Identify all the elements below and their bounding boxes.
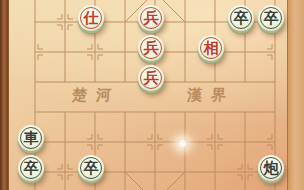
piece-char: 炮 [258, 155, 284, 181]
piece-char: 兵 [138, 5, 164, 31]
piece-char: 仕 [78, 5, 104, 31]
board-frame-left [0, 0, 9, 190]
piece-black-soldier[interactable]: 卒 [258, 5, 284, 31]
piece-red-soldier[interactable]: 兵 [138, 5, 164, 31]
piece-black-cannon[interactable]: 炮 [258, 155, 284, 181]
piece-black-chariot[interactable]: 車 [18, 125, 44, 151]
piece-red-soldier[interactable]: 兵 [138, 35, 164, 61]
piece-char: 兵 [138, 65, 164, 91]
xiangqi-board[interactable]: 楚河 漢界 仕兵卒卒兵相兵車卒卒炮 [0, 0, 304, 190]
piece-char: 卒 [258, 5, 284, 31]
piece-char: 車 [18, 125, 44, 151]
piece-char: 卒 [228, 5, 254, 31]
piece-black-soldier[interactable]: 卒 [18, 155, 44, 181]
piece-black-soldier[interactable]: 卒 [78, 155, 104, 181]
piece-char: 卒 [18, 155, 44, 181]
piece-red-advisor[interactable]: 仕 [78, 5, 104, 31]
river-label-left: 楚河 [71, 86, 120, 105]
highlight-dot[interactable] [178, 139, 187, 148]
piece-char: 卒 [78, 155, 104, 181]
piece-char: 相 [198, 35, 224, 61]
board-frame-right [287, 0, 304, 190]
piece-black-soldier[interactable]: 卒 [228, 5, 254, 31]
piece-char: 兵 [138, 35, 164, 61]
river-label-right: 漢界 [186, 86, 235, 105]
piece-red-soldier[interactable]: 兵 [138, 65, 164, 91]
piece-red-elephant[interactable]: 相 [198, 35, 224, 61]
